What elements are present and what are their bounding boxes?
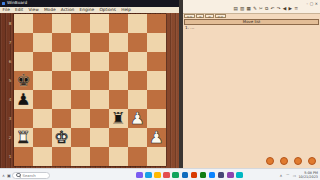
- chess-board-window: WinBoard FileEditViewModeActionEngineOpt…: [0, 0, 179, 168]
- square-a3[interactable]: [14, 109, 33, 128]
- square-c2[interactable]: ♚: [52, 128, 71, 147]
- square-a5[interactable]: ♚: [14, 71, 33, 90]
- square-h4[interactable]: [147, 90, 166, 109]
- taskbar-tray: ∧⌒◅5:08 PM10/21/2023: [279, 170, 318, 180]
- square-e4[interactable]: [90, 90, 109, 109]
- nav-button-2[interactable]: >: [205, 14, 213, 19]
- app-icon-9[interactable]: [209, 172, 216, 179]
- piece-black-pawn[interactable]: ♟: [14, 90, 33, 109]
- square-e7[interactable]: [90, 33, 109, 52]
- square-b5[interactable]: [33, 71, 52, 90]
- square-h3[interactable]: [147, 109, 166, 128]
- app-icon-8[interactable]: [200, 172, 207, 179]
- rank-labels: 87654321: [7, 14, 13, 166]
- status-dot-0[interactable]: [266, 157, 274, 165]
- square-d5[interactable]: [71, 71, 90, 90]
- square-b8[interactable]: [33, 14, 52, 33]
- menu-help[interactable]: Help: [119, 7, 134, 12]
- taskbar-app-icons: ⊞: [127, 172, 243, 179]
- move-nav-buttons: <<<>>>: [184, 14, 226, 19]
- piece-white-pawn[interactable]: ♟: [128, 109, 147, 128]
- nav-button-0[interactable]: <<: [184, 14, 195, 19]
- back-icon[interactable]: ◀: [283, 5, 287, 12]
- square-g2[interactable]: [128, 128, 147, 147]
- menu-view[interactable]: View: [26, 7, 41, 12]
- square-g1[interactable]: [128, 147, 147, 166]
- app-icon-4[interactable]: [163, 172, 170, 179]
- rank-label-3: 3: [7, 109, 13, 128]
- square-d4[interactable]: [71, 90, 90, 109]
- app-icon-11[interactable]: [227, 172, 234, 179]
- menu-file[interactable]: File: [0, 7, 12, 12]
- square-f3[interactable]: ♜: [109, 109, 128, 128]
- minimize-icon[interactable]: –: [306, 1, 308, 6]
- edit-icon[interactable]: ✎: [253, 5, 257, 12]
- square-h6[interactable]: [147, 52, 166, 71]
- square-h5[interactable]: [147, 71, 166, 90]
- square-g5[interactable]: [128, 71, 147, 90]
- redo-icon[interactable]: ↷: [277, 5, 281, 12]
- square-c8[interactable]: [52, 14, 71, 33]
- square-d8[interactable]: [71, 14, 90, 33]
- square-f5[interactable]: [109, 71, 128, 90]
- square-c5[interactable]: [52, 71, 71, 90]
- square-e8[interactable]: [90, 14, 109, 33]
- piece-black-rook[interactable]: ♜: [109, 109, 128, 128]
- search-icon: [16, 173, 21, 178]
- app-icon-5[interactable]: [172, 172, 179, 179]
- square-b1[interactable]: [33, 147, 52, 166]
- menu-edit[interactable]: Edit: [12, 7, 26, 12]
- square-h1[interactable]: [147, 147, 166, 166]
- taskbar-search[interactable]: Search: [12, 172, 50, 179]
- rank-label-1: 1: [7, 147, 13, 166]
- square-g8[interactable]: [128, 14, 147, 33]
- rank-label-5: 5: [7, 71, 13, 90]
- piece-white-rook[interactable]: ♜: [14, 128, 33, 147]
- square-e5[interactable]: [90, 71, 109, 90]
- square-a2[interactable]: ♜: [14, 128, 33, 147]
- move-list[interactable]: 1. ...: [185, 25, 317, 157]
- square-a6[interactable]: [14, 52, 33, 71]
- taskbar-clock[interactable]: 5:08 PM10/21/2023: [298, 171, 318, 179]
- square-b4[interactable]: [33, 90, 52, 109]
- square-a1[interactable]: [14, 147, 33, 166]
- menu-engine[interactable]: Engine: [77, 7, 97, 12]
- square-c7[interactable]: [52, 33, 71, 52]
- new-icon[interactable]: ▤: [233, 5, 237, 12]
- piece-white-pawn[interactable]: ♟: [147, 128, 166, 147]
- square-h2[interactable]: ♟: [147, 128, 166, 147]
- menu-options[interactable]: Options: [97, 7, 119, 12]
- square-d7[interactable]: [71, 33, 90, 52]
- chess-board: ♚♟♜♟♜♚♟: [14, 14, 166, 166]
- save-icon[interactable]: ▦: [246, 5, 250, 12]
- window-controls: –▢✕: [306, 1, 318, 6]
- cut-icon[interactable]: ✂: [259, 5, 263, 12]
- play-icon[interactable]: ▶: [288, 5, 292, 12]
- wifi-icon[interactable]: ⌒: [285, 172, 289, 179]
- status-dots: [266, 157, 316, 165]
- copy-icon[interactable]: ⧉: [265, 5, 268, 12]
- app-icon-10[interactable]: [218, 172, 225, 179]
- moves-toolbar: ▤▥▦✎✂⧉↶↷◀▶≡: [233, 5, 298, 12]
- app-icon-12[interactable]: [236, 172, 243, 179]
- square-d6[interactable]: [71, 52, 90, 71]
- close-icon[interactable]: ✕: [315, 1, 318, 6]
- square-f8[interactable]: [109, 14, 128, 33]
- square-a8[interactable]: [14, 14, 33, 33]
- square-d1[interactable]: [71, 147, 90, 166]
- square-a4[interactable]: ♟: [14, 90, 33, 109]
- nav-button-3[interactable]: >>: [215, 14, 226, 19]
- square-e1[interactable]: [90, 147, 109, 166]
- square-f2[interactable]: [109, 128, 128, 147]
- moves-window: –▢✕ ▤▥▦✎✂⧉↶↷◀▶≡ <<<>>> Move list 1. ...: [183, 0, 320, 168]
- move-entry: 1. ...: [185, 25, 194, 30]
- maximize-icon[interactable]: ▢: [310, 1, 314, 6]
- menu-icon[interactable]: ≡: [294, 5, 298, 12]
- piece-black-king[interactable]: ♚: [14, 71, 33, 90]
- search-label: Search: [23, 173, 36, 178]
- square-c3[interactable]: [52, 109, 71, 128]
- app-icon-1[interactable]: [136, 172, 143, 179]
- square-e2[interactable]: [90, 128, 109, 147]
- app-icon: [2, 2, 6, 6]
- square-f4[interactable]: [109, 90, 128, 109]
- square-f1[interactable]: [109, 147, 128, 166]
- undo-icon[interactable]: ↶: [271, 5, 275, 12]
- square-e3[interactable]: [90, 109, 109, 128]
- rank-label-4: 4: [7, 90, 13, 109]
- taskbar-corner-icon-1[interactable]: ▣: [7, 172, 11, 179]
- nav-button-1[interactable]: <: [196, 14, 204, 19]
- square-c6[interactable]: [52, 52, 71, 71]
- square-a7[interactable]: [14, 33, 33, 52]
- taskbar: ∧▣ Search ⊞ ∧⌒◅5:08 PM10/21/2023: [0, 168, 320, 180]
- volume-icon[interactable]: ◅: [292, 172, 295, 179]
- square-c1[interactable]: [52, 147, 71, 166]
- square-d3[interactable]: [71, 109, 90, 128]
- rank-label-2: 2: [7, 128, 13, 147]
- square-g6[interactable]: [128, 52, 147, 71]
- square-c4[interactable]: [52, 90, 71, 109]
- square-b7[interactable]: [33, 33, 52, 52]
- square-g3[interactable]: ♟: [128, 109, 147, 128]
- menu-action[interactable]: Action: [58, 7, 77, 12]
- status-dot-1[interactable]: [280, 157, 288, 165]
- square-g4[interactable]: [128, 90, 147, 109]
- piece-white-king[interactable]: ♚: [52, 128, 71, 147]
- square-b2[interactable]: [33, 128, 52, 147]
- square-h8[interactable]: [147, 14, 166, 33]
- rank-label-7: 7: [7, 33, 13, 52]
- square-b3[interactable]: [33, 109, 52, 128]
- status-dot-2[interactable]: [294, 157, 302, 165]
- square-e6[interactable]: [90, 52, 109, 71]
- taskbar-corner-icon-0[interactable]: ∧: [2, 172, 5, 179]
- square-g7[interactable]: [128, 33, 147, 52]
- hidden-icons-chevron[interactable]: ∧: [279, 172, 282, 179]
- square-f7[interactable]: [109, 33, 128, 52]
- rank-label-6: 6: [7, 52, 13, 71]
- status-dot-3[interactable]: [308, 157, 316, 165]
- taskbar-left-icons[interactable]: ∧▣: [2, 172, 11, 179]
- square-f6[interactable]: [109, 52, 128, 71]
- start-button[interactable]: ⊞: [127, 172, 134, 179]
- menu-mode[interactable]: Mode: [41, 7, 58, 12]
- desktop: WinBoard FileEditViewModeActionEngineOpt…: [0, 0, 320, 180]
- app-icon-3[interactable]: [154, 172, 161, 179]
- square-b6[interactable]: [33, 52, 52, 71]
- rank-label-8: 8: [7, 14, 13, 33]
- square-d2[interactable]: [71, 128, 90, 147]
- app-icon-7[interactable]: [191, 172, 198, 179]
- app-icon-2[interactable]: [145, 172, 152, 179]
- app-icon-6[interactable]: [182, 172, 189, 179]
- open-icon[interactable]: ▥: [240, 5, 244, 12]
- square-h7[interactable]: [147, 33, 166, 52]
- clock-date: 10/21/2023: [298, 175, 318, 179]
